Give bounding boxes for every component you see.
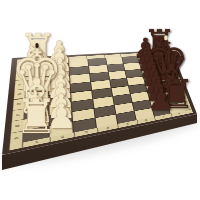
piece-black-pawn[interactable]: ♟: [147, 85, 174, 116]
piece-white-rook[interactable]: ♜: [15, 93, 58, 140]
pieces-layer: ♜♞♝♛♚♝♞♜♟♟♟♟♟♟♟♟♟♟♟♟♟♟♟♟♜♞♝♛♚♝♞♜: [0, 0, 200, 200]
product-photo: 12345678 ABCDEFGH ♜♞♝♛♚♝♞♜♟♟♟♟♟♟♟♟♟♟♟♟♟♟…: [0, 0, 200, 200]
white-king-finial: [36, 43, 39, 48]
